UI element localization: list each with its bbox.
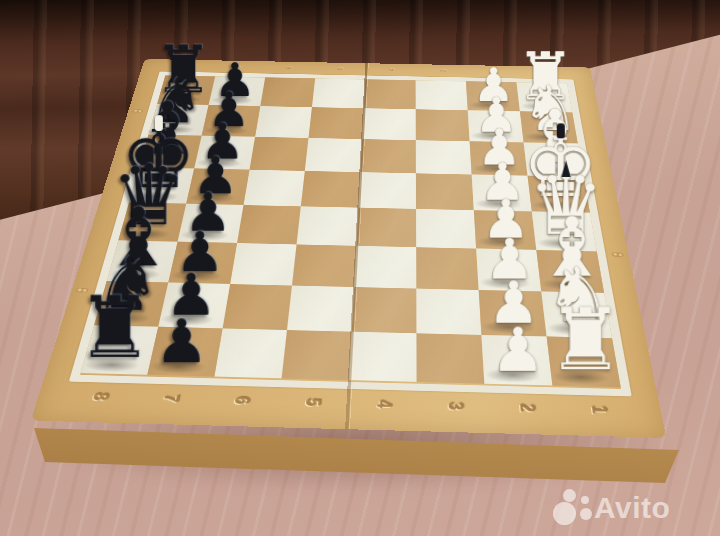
square-c4 <box>354 246 416 289</box>
square-g6 <box>255 106 312 138</box>
square-c3 <box>416 247 479 290</box>
square-h4 <box>364 79 416 109</box>
square-d4 <box>356 208 416 248</box>
square-b5 <box>287 286 354 332</box>
edge-mark <box>611 252 623 256</box>
square-c5 <box>292 244 356 287</box>
square-a6 <box>214 328 287 378</box>
square-h5 <box>312 78 365 108</box>
square-a5 <box>282 330 352 380</box>
square-f4 <box>360 139 416 173</box>
square-a2: ♟ <box>481 335 552 386</box>
square-a8: ♜ <box>81 325 159 375</box>
contrast-finial <box>556 123 564 138</box>
square-e4 <box>358 172 416 209</box>
square-g4 <box>362 108 416 140</box>
square-b4 <box>352 287 417 333</box>
white-rook-a1: ♜ <box>547 296 624 382</box>
square-d5 <box>297 206 359 245</box>
avito-watermark: Avito <box>552 488 712 528</box>
square-f6 <box>249 137 308 171</box>
square-d6 <box>237 205 301 244</box>
black-pawn-a7: ♟ <box>155 311 209 371</box>
black-rook-a8: ♜ <box>77 284 154 369</box>
board-margin: ♜♟♟♜♞♟♟♞♝♟♟♝♚♟♟♚♛♟♟♛♝♟♟♝♞♟♟♞♜♟♟♜ <box>69 72 632 397</box>
square-e6 <box>243 170 304 207</box>
square-e3 <box>416 173 474 210</box>
chessboard-scene: 87654321 ♜♟♟♜♞♟♟♞♝♟♟♝♚♟♟♚♛♟♟♛♝♟♟♝♞♟♟♞♜♟♟… <box>31 59 666 438</box>
square-b6 <box>223 284 292 330</box>
square-g5 <box>308 107 363 139</box>
watermark-text: Avito <box>594 491 670 525</box>
square-c6 <box>230 243 297 285</box>
square-f5 <box>305 138 362 172</box>
white-pawn-a2: ♟ <box>491 320 545 381</box>
avito-logo-icon <box>552 489 594 527</box>
square-g3 <box>416 109 470 141</box>
square-a7: ♟ <box>147 327 222 377</box>
square-a1: ♜ <box>547 337 621 388</box>
square-e5 <box>301 171 360 208</box>
square-d3 <box>416 209 476 249</box>
square-h3 <box>416 80 468 110</box>
board-frame: 87654321 ♜♟♟♜♞♟♟♞♝♟♟♝♚♟♟♚♛♟♟♛♝♟♟♝♞♟♟♞♜♟♟… <box>31 59 666 438</box>
square-a3 <box>416 333 484 383</box>
square-b3 <box>416 289 481 335</box>
contrast-finial <box>561 160 570 177</box>
square-f3 <box>416 140 472 174</box>
contrast-finial <box>155 115 163 131</box>
square-a4 <box>349 332 417 382</box>
square-h6 <box>260 77 315 107</box>
